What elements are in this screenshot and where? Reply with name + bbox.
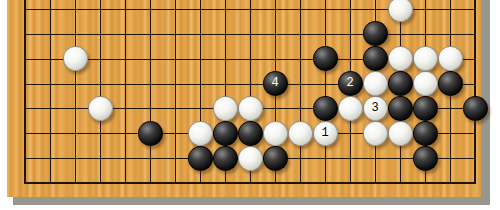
stone-black [363,46,388,71]
stone-black-move-2: 2 [338,71,363,96]
stone-black [463,96,488,121]
board-grid: 4231 [13,0,488,195]
move-number-label: 3 [371,97,378,120]
stone-black [438,71,463,96]
stone-black [413,96,438,121]
stone-white-move-3: 3 [363,96,388,121]
stone-black [313,96,338,121]
stone-white [88,96,113,121]
go-diagram-screenshot: 4231 [0,0,500,210]
stone-black [388,96,413,121]
stone-black [413,146,438,171]
stone-white [388,46,413,71]
stone-black [138,121,163,146]
move-number-label: 2 [346,72,353,95]
stone-black [213,146,238,171]
stone-white [263,121,288,146]
move-number-label: 1 [321,122,328,145]
go-board[interactable]: 4231 [7,0,481,197]
stone-black-move-4: 4 [263,71,288,96]
stone-white [413,71,438,96]
move-number-label: 4 [271,72,278,95]
stone-black [238,121,263,146]
board-shadow-bottom [13,197,490,205]
stone-black [263,146,288,171]
stone-white [363,121,388,146]
stone-white [238,96,263,121]
stone-white [388,0,413,22]
stone-black [213,121,238,146]
stone-white [413,46,438,71]
stone-white [338,96,363,121]
stone-black [313,46,338,71]
stone-black [188,146,213,171]
stone-white [388,121,413,146]
stone-white [63,46,88,71]
stone-black [413,121,438,146]
stone-black [363,21,388,46]
stone-white-move-1: 1 [313,121,338,146]
stone-white [188,121,213,146]
stone-white [438,46,463,71]
stone-white [363,71,388,96]
stone-white [213,96,238,121]
stone-black [388,71,413,96]
stone-white [288,121,313,146]
stone-white [238,146,263,171]
